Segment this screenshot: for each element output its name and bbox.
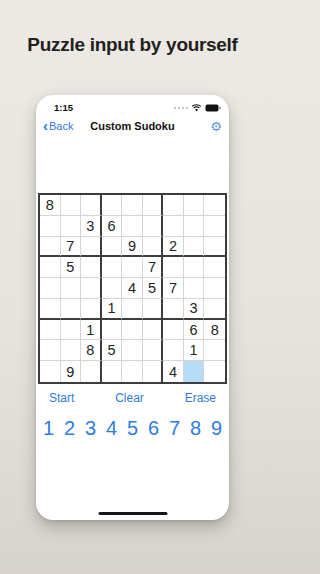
sudoku-cell-r7c6[interactable] — [143, 320, 164, 341]
sudoku-cell-r7c2[interactable] — [61, 320, 82, 341]
sudoku-cell-r2c6[interactable] — [143, 216, 164, 237]
sudoku-cell-r9c4[interactable] — [102, 361, 123, 382]
status-time: 1:15 — [54, 102, 73, 113]
sudoku-cell-r2c4[interactable]: 6 — [102, 216, 123, 237]
sudoku-cell-r1c2[interactable] — [61, 195, 82, 216]
sudoku-cell-r2c2[interactable] — [61, 216, 82, 237]
sudoku-cell-r4c6[interactable]: 7 — [143, 257, 164, 278]
cellular-signal-icon — [174, 107, 188, 109]
sudoku-cell-r5c9[interactable] — [204, 278, 225, 299]
sudoku-cell-r1c7[interactable] — [163, 195, 184, 216]
sudoku-cell-r9c3[interactable] — [81, 361, 102, 382]
sudoku-cell-r1c4[interactable] — [102, 195, 123, 216]
battery-icon — [205, 104, 221, 112]
number-button-3[interactable]: 3 — [80, 417, 101, 440]
status-icons — [174, 104, 221, 113]
phone-frame: 1:15 ‹ Back Custom Sudoku ⚙ 836792574571… — [36, 95, 229, 520]
sudoku-cell-r6c8[interactable]: 3 — [184, 299, 205, 320]
sudoku-cell-r4c3[interactable] — [81, 257, 102, 278]
sudoku-cell-r1c9[interactable] — [204, 195, 225, 216]
sudoku-cell-r7c7[interactable] — [163, 320, 184, 341]
sudoku-cell-r6c3[interactable] — [81, 299, 102, 320]
sudoku-cell-r7c8[interactable]: 6 — [184, 320, 205, 341]
sudoku-cell-r3c1[interactable] — [40, 237, 61, 258]
clear-button[interactable]: Clear — [115, 391, 144, 405]
sudoku-cell-r4c8[interactable] — [184, 257, 205, 278]
sudoku-cell-r2c8[interactable] — [184, 216, 205, 237]
back-label: Back — [49, 120, 73, 132]
sudoku-cell-r3c2[interactable]: 7 — [61, 237, 82, 258]
sudoku-cell-r7c3[interactable]: 1 — [81, 320, 102, 341]
sudoku-cell-r6c1[interactable] — [40, 299, 61, 320]
sudoku-cell-r8c7[interactable] — [163, 340, 184, 361]
sudoku-grid: 836792574571316885194 — [38, 193, 227, 384]
sudoku-cell-r9c1[interactable] — [40, 361, 61, 382]
number-pad: 1 2 3 4 5 6 7 8 9 — [38, 417, 227, 440]
sudoku-cell-r5c1[interactable] — [40, 278, 61, 299]
sudoku-cell-r6c6[interactable] — [143, 299, 164, 320]
sudoku-cell-r5c7[interactable]: 7 — [163, 278, 184, 299]
number-button-8[interactable]: 8 — [185, 417, 206, 440]
gear-icon: ⚙ — [210, 120, 222, 133]
sudoku-cell-r6c5[interactable] — [122, 299, 143, 320]
home-indicator[interactable] — [98, 512, 167, 515]
number-button-4[interactable]: 4 — [101, 417, 122, 440]
sudoku-cell-r4c7[interactable] — [163, 257, 184, 278]
sudoku-cell-r3c7[interactable]: 2 — [163, 237, 184, 258]
sudoku-cell-r5c5[interactable]: 4 — [122, 278, 143, 299]
sudoku-cell-r2c7[interactable] — [163, 216, 184, 237]
sudoku-cell-r7c4[interactable] — [102, 320, 123, 341]
action-row: Start Clear Erase — [38, 391, 227, 405]
sudoku-cell-r4c2[interactable]: 5 — [61, 257, 82, 278]
settings-button[interactable]: ⚙ — [210, 114, 222, 138]
sudoku-cell-r2c9[interactable] — [204, 216, 225, 237]
sudoku-cell-r4c1[interactable] — [40, 257, 61, 278]
sudoku-cell-r5c3[interactable] — [81, 278, 102, 299]
sudoku-cell-r6c4[interactable]: 1 — [102, 299, 123, 320]
sudoku-cell-r8c6[interactable] — [143, 340, 164, 361]
sudoku-cell-r1c6[interactable] — [143, 195, 164, 216]
back-button[interactable]: ‹ Back — [43, 114, 73, 138]
sudoku-cell-r6c7[interactable] — [163, 299, 184, 320]
number-button-2[interactable]: 2 — [59, 417, 80, 440]
sudoku-cell-r4c4[interactable] — [102, 257, 123, 278]
sudoku-cell-r6c2[interactable] — [61, 299, 82, 320]
sudoku-cell-r8c2[interactable] — [61, 340, 82, 361]
sudoku-cell-r3c5[interactable]: 9 — [122, 237, 143, 258]
sudoku-cell-r5c8[interactable] — [184, 278, 205, 299]
sudoku-cell-r6c9[interactable] — [204, 299, 225, 320]
sudoku-cell-r1c8[interactable] — [184, 195, 205, 216]
wifi-icon — [191, 104, 202, 112]
sudoku-cell-r4c9[interactable] — [204, 257, 225, 278]
sudoku-cell-r9c7[interactable]: 4 — [163, 361, 184, 382]
sudoku-cell-r2c5[interactable] — [122, 216, 143, 237]
sudoku-cell-r8c3[interactable]: 8 — [81, 340, 102, 361]
sudoku-cell-r7c9[interactable]: 8 — [204, 320, 225, 341]
sudoku-cell-r8c1[interactable] — [40, 340, 61, 361]
sudoku-cell-r2c1[interactable] — [40, 216, 61, 237]
nav-bar: ‹ Back Custom Sudoku ⚙ — [36, 114, 229, 138]
sudoku-cell-r1c1[interactable]: 8 — [40, 195, 61, 216]
sudoku-cell-r2c3[interactable]: 3 — [81, 216, 102, 237]
sudoku-cell-r8c4[interactable]: 5 — [102, 340, 123, 361]
sudoku-cell-r5c4[interactable] — [102, 278, 123, 299]
sudoku-cell-r9c9[interactable] — [204, 361, 225, 382]
sudoku-cell-r9c6[interactable] — [143, 361, 164, 382]
number-button-6[interactable]: 6 — [143, 417, 164, 440]
sudoku-cell-r8c8[interactable]: 1 — [184, 340, 205, 361]
sudoku-cell-r9c2[interactable]: 9 — [61, 361, 82, 382]
sudoku-cell-r9c5[interactable] — [122, 361, 143, 382]
sudoku-cell-r3c3[interactable] — [81, 237, 102, 258]
sudoku-cell-r4c5[interactable] — [122, 257, 143, 278]
sudoku-cell-r7c5[interactable] — [122, 320, 143, 341]
sudoku-cell-r7c1[interactable] — [40, 320, 61, 341]
number-button-1[interactable]: 1 — [38, 417, 59, 440]
sudoku-cell-r8c5[interactable] — [122, 340, 143, 361]
page-title: Puzzle input by yourself — [0, 34, 265, 56]
status-bar: 1:15 — [36, 95, 229, 114]
sudoku-cell-r9c8[interactable] — [184, 361, 205, 382]
sudoku-cell-r5c6[interactable]: 5 — [143, 278, 164, 299]
sudoku-cell-r1c3[interactable] — [81, 195, 102, 216]
number-button-5[interactable]: 5 — [122, 417, 143, 440]
sudoku-cell-r5c2[interactable] — [61, 278, 82, 299]
sudoku-cell-r3c8[interactable] — [184, 237, 205, 258]
sudoku-cell-r1c5[interactable] — [122, 195, 143, 216]
number-button-7[interactable]: 7 — [164, 417, 185, 440]
start-button[interactable]: Start — [49, 391, 74, 405]
erase-button[interactable]: Erase — [185, 391, 216, 405]
number-button-9[interactable]: 9 — [206, 417, 227, 440]
sudoku-cell-r3c6[interactable] — [143, 237, 164, 258]
sudoku-cell-r3c9[interactable] — [204, 237, 225, 258]
back-chevron-icon: ‹ — [43, 118, 48, 133]
sudoku-cell-r8c9[interactable] — [204, 340, 225, 361]
sudoku-cell-r3c4[interactable] — [102, 237, 123, 258]
